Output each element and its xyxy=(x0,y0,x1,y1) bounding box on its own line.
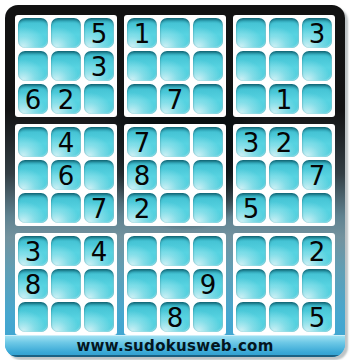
given-digit: 2 xyxy=(134,196,151,222)
cell-r8c9[interactable] xyxy=(302,269,332,299)
given-digit: 9 xyxy=(200,272,217,298)
cell-r8c4[interactable] xyxy=(127,269,157,299)
cell-r1c4[interactable]: 1 xyxy=(127,18,157,48)
cell-r8c3[interactable] xyxy=(84,269,114,299)
cell-r2c3[interactable]: 3 xyxy=(84,51,114,81)
given-digit: 5 xyxy=(243,196,260,222)
given-digit: 3 xyxy=(25,239,42,265)
given-digit: 3 xyxy=(309,21,326,47)
cell-r1c5[interactable] xyxy=(160,18,190,48)
cell-r6c2[interactable] xyxy=(51,193,81,223)
sudoku-page: 5362173146778232753489825 www.sudokusweb… xyxy=(0,0,350,360)
box-6: 3275 xyxy=(233,124,335,226)
cell-r1c9[interactable]: 3 xyxy=(302,18,332,48)
cell-r5c2[interactable]: 6 xyxy=(51,160,81,190)
cell-r4c6[interactable] xyxy=(193,127,223,157)
given-digit: 3 xyxy=(243,130,260,156)
cell-r8c1[interactable]: 8 xyxy=(18,269,48,299)
given-digit: 7 xyxy=(309,163,326,189)
cell-r9c7[interactable] xyxy=(236,302,266,332)
given-digit: 7 xyxy=(91,196,108,222)
cell-r9c6[interactable] xyxy=(193,302,223,332)
cell-r5c7[interactable] xyxy=(236,160,266,190)
box-9: 25 xyxy=(233,233,335,335)
cell-r4c2[interactable]: 4 xyxy=(51,127,81,157)
cell-r6c4[interactable]: 2 xyxy=(127,193,157,223)
cell-r8c5[interactable] xyxy=(160,269,190,299)
cell-r3c8[interactable]: 1 xyxy=(269,84,299,114)
cell-r1c3[interactable]: 5 xyxy=(84,18,114,48)
given-digit: 8 xyxy=(25,272,42,298)
given-digit: 8 xyxy=(167,305,184,331)
cell-r7c1[interactable]: 3 xyxy=(18,236,48,266)
box-7: 348 xyxy=(15,233,117,335)
cell-r7c6[interactable] xyxy=(193,236,223,266)
cell-r2c8[interactable] xyxy=(269,51,299,81)
cell-r9c4[interactable] xyxy=(127,302,157,332)
cell-r5c1[interactable] xyxy=(18,160,48,190)
box-8: 98 xyxy=(124,233,226,335)
cell-r2c7[interactable] xyxy=(236,51,266,81)
cell-r5c5[interactable] xyxy=(160,160,190,190)
cell-r4c8[interactable]: 2 xyxy=(269,127,299,157)
given-digit: 3 xyxy=(91,54,108,80)
cell-r3c2[interactable]: 2 xyxy=(51,84,81,114)
cell-r3c6[interactable] xyxy=(193,84,223,114)
cell-r7c8[interactable] xyxy=(269,236,299,266)
given-digit: 1 xyxy=(134,21,151,47)
cell-r5c4[interactable]: 8 xyxy=(127,160,157,190)
given-digit: 2 xyxy=(58,87,75,113)
cell-r9c2[interactable] xyxy=(51,302,81,332)
cell-r1c7[interactable] xyxy=(236,18,266,48)
cell-r7c9[interactable]: 2 xyxy=(302,236,332,266)
cell-r7c5[interactable] xyxy=(160,236,190,266)
cell-r8c6[interactable]: 9 xyxy=(193,269,223,299)
given-digit: 2 xyxy=(276,130,293,156)
given-digit: 1 xyxy=(276,87,293,113)
website-url[interactable]: www.sudokusweb.com xyxy=(76,337,273,355)
cell-r6c9[interactable] xyxy=(302,193,332,223)
footer-bar: www.sudokusweb.com xyxy=(5,335,345,357)
cell-r1c2[interactable] xyxy=(51,18,81,48)
cell-r3c7[interactable] xyxy=(236,84,266,114)
box-3: 31 xyxy=(233,15,335,117)
cell-r8c8[interactable] xyxy=(269,269,299,299)
cell-r8c7[interactable] xyxy=(236,269,266,299)
cell-r9c5[interactable]: 8 xyxy=(160,302,190,332)
given-digit: 7 xyxy=(134,130,151,156)
cell-r6c1[interactable] xyxy=(18,193,48,223)
cell-r6c5[interactable] xyxy=(160,193,190,223)
cell-r4c5[interactable] xyxy=(160,127,190,157)
box-1: 5362 xyxy=(15,15,117,117)
cell-r6c6[interactable] xyxy=(193,193,223,223)
cell-r2c6[interactable] xyxy=(193,51,223,81)
sudoku-board-frame: 5362173146778232753489825 www.sudokusweb… xyxy=(5,5,345,357)
cell-r7c2[interactable] xyxy=(51,236,81,266)
cell-r6c8[interactable] xyxy=(269,193,299,223)
box-2: 17 xyxy=(124,15,226,117)
cell-r9c8[interactable] xyxy=(269,302,299,332)
given-digit: 5 xyxy=(309,305,326,331)
cell-r2c5[interactable] xyxy=(160,51,190,81)
cell-r5c6[interactable] xyxy=(193,160,223,190)
cell-r4c1[interactable] xyxy=(18,127,48,157)
given-digit: 4 xyxy=(91,239,108,265)
cell-r4c4[interactable]: 7 xyxy=(127,127,157,157)
cell-r3c9[interactable] xyxy=(302,84,332,114)
cell-r3c4[interactable] xyxy=(127,84,157,114)
box-4: 467 xyxy=(15,124,117,226)
cell-r5c3[interactable] xyxy=(84,160,114,190)
cell-r9c1[interactable] xyxy=(18,302,48,332)
cell-r5c9[interactable]: 7 xyxy=(302,160,332,190)
cell-r4c3[interactable] xyxy=(84,127,114,157)
given-digit: 7 xyxy=(167,87,184,113)
cell-r2c2[interactable] xyxy=(51,51,81,81)
cell-r2c1[interactable] xyxy=(18,51,48,81)
cell-r3c1[interactable]: 6 xyxy=(18,84,48,114)
cell-r1c1[interactable] xyxy=(18,18,48,48)
cell-r1c8[interactable] xyxy=(269,18,299,48)
cell-r9c3[interactable] xyxy=(84,302,114,332)
cell-r3c5[interactable]: 7 xyxy=(160,84,190,114)
given-digit: 2 xyxy=(309,239,326,265)
cell-r5c8[interactable] xyxy=(269,160,299,190)
cell-r3c3[interactable] xyxy=(84,84,114,114)
cell-r7c4[interactable] xyxy=(127,236,157,266)
cell-r4c7[interactable]: 3 xyxy=(236,127,266,157)
given-digit: 4 xyxy=(58,130,75,156)
cell-r2c9[interactable] xyxy=(302,51,332,81)
cell-r9c9[interactable]: 5 xyxy=(302,302,332,332)
cell-r8c2[interactable] xyxy=(51,269,81,299)
box-5: 782 xyxy=(124,124,226,226)
given-digit: 8 xyxy=(134,163,151,189)
cell-r6c3[interactable]: 7 xyxy=(84,193,114,223)
given-digit: 5 xyxy=(91,21,108,47)
cell-r1c6[interactable] xyxy=(193,18,223,48)
cell-r6c7[interactable]: 5 xyxy=(236,193,266,223)
cell-r4c9[interactable] xyxy=(302,127,332,157)
cell-r2c4[interactable] xyxy=(127,51,157,81)
cell-r7c7[interactable] xyxy=(236,236,266,266)
cell-r7c3[interactable]: 4 xyxy=(84,236,114,266)
given-digit: 6 xyxy=(58,163,75,189)
sudoku-board: 5362173146778232753489825 xyxy=(15,15,335,335)
given-digit: 6 xyxy=(25,87,42,113)
